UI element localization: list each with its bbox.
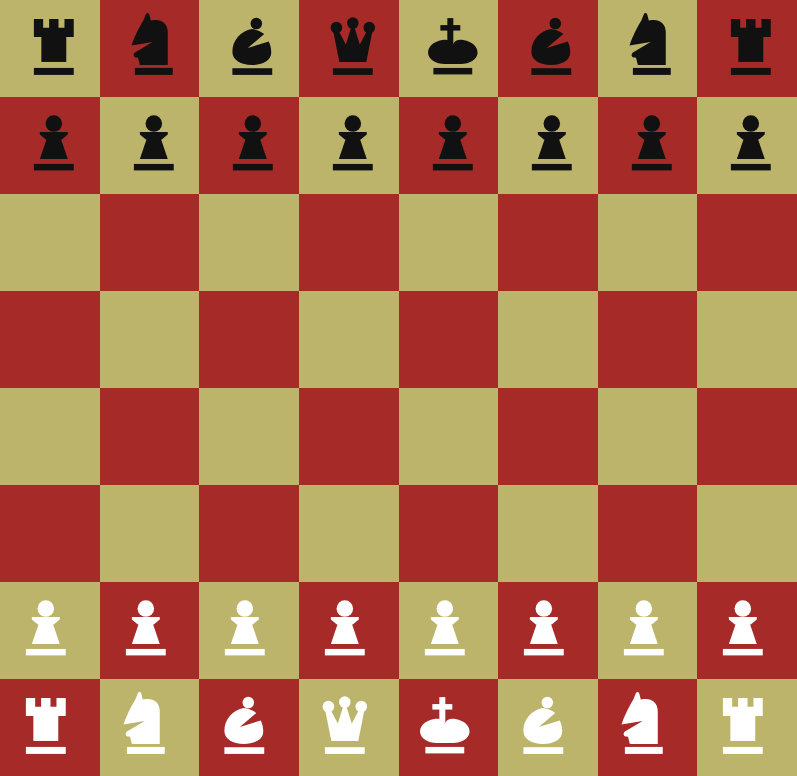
square-f2[interactable]	[498, 582, 598, 679]
white-bishop-icon[interactable]	[494, 679, 594, 776]
square-a6[interactable]	[0, 194, 100, 291]
white-pawn-icon[interactable]	[195, 582, 295, 679]
square-c8[interactable]	[199, 0, 299, 97]
square-d7[interactable]	[299, 97, 399, 194]
square-a4[interactable]	[0, 388, 100, 485]
square-b8[interactable]	[100, 0, 200, 97]
square-b1[interactable]	[100, 679, 200, 776]
square-g4[interactable]	[598, 388, 698, 485]
square-g3[interactable]	[598, 485, 698, 582]
white-pawn-icon[interactable]	[0, 582, 96, 679]
black-pawn-icon[interactable]	[403, 97, 503, 194]
square-d6[interactable]	[299, 194, 399, 291]
square-e2[interactable]	[399, 582, 499, 679]
square-d2[interactable]	[299, 582, 399, 679]
black-bishop-icon[interactable]	[502, 0, 602, 97]
white-pawn-icon[interactable]	[295, 582, 395, 679]
square-f8[interactable]	[498, 0, 598, 97]
black-queen-icon[interactable]	[303, 0, 403, 97]
square-h3[interactable]	[697, 485, 797, 582]
black-knight-icon[interactable]	[104, 0, 204, 97]
square-h2[interactable]	[697, 582, 797, 679]
square-c5[interactable]	[199, 291, 299, 388]
square-d4[interactable]	[299, 388, 399, 485]
square-c1[interactable]	[199, 679, 299, 776]
square-e1[interactable]	[399, 679, 499, 776]
black-rook-icon[interactable]	[701, 0, 797, 97]
square-a5[interactable]	[0, 291, 100, 388]
square-h1[interactable]	[697, 679, 797, 776]
white-knight-icon[interactable]	[594, 679, 694, 776]
square-f3[interactable]	[498, 485, 598, 582]
white-pawn-icon[interactable]	[395, 582, 495, 679]
square-h7[interactable]	[697, 97, 797, 194]
square-f4[interactable]	[498, 388, 598, 485]
square-c4[interactable]	[199, 388, 299, 485]
black-pawn-icon[interactable]	[602, 97, 702, 194]
square-b3[interactable]	[100, 485, 200, 582]
white-pawn-icon[interactable]	[594, 582, 694, 679]
square-b2[interactable]	[100, 582, 200, 679]
square-f5[interactable]	[498, 291, 598, 388]
square-e4[interactable]	[399, 388, 499, 485]
white-pawn-icon[interactable]	[693, 582, 793, 679]
square-a1[interactable]	[0, 679, 100, 776]
square-f1[interactable]	[498, 679, 598, 776]
black-pawn-icon[interactable]	[701, 97, 797, 194]
white-rook-icon[interactable]	[693, 679, 793, 776]
square-h8[interactable]	[697, 0, 797, 97]
black-pawn-icon[interactable]	[502, 97, 602, 194]
square-f7[interactable]	[498, 97, 598, 194]
white-king-icon[interactable]	[395, 679, 495, 776]
square-e3[interactable]	[399, 485, 499, 582]
square-b4[interactable]	[100, 388, 200, 485]
square-f6[interactable]	[498, 194, 598, 291]
square-b6[interactable]	[100, 194, 200, 291]
square-e7[interactable]	[399, 97, 499, 194]
white-bishop-icon[interactable]	[195, 679, 295, 776]
white-knight-icon[interactable]	[96, 679, 196, 776]
square-c2[interactable]	[199, 582, 299, 679]
square-g6[interactable]	[598, 194, 698, 291]
square-b7[interactable]	[100, 97, 200, 194]
white-pawn-icon[interactable]	[96, 582, 196, 679]
square-e6[interactable]	[399, 194, 499, 291]
square-c3[interactable]	[199, 485, 299, 582]
black-knight-icon[interactable]	[602, 0, 702, 97]
square-a3[interactable]	[0, 485, 100, 582]
black-pawn-icon[interactable]	[104, 97, 204, 194]
square-a2[interactable]	[0, 582, 100, 679]
square-h5[interactable]	[697, 291, 797, 388]
white-rook-icon[interactable]	[0, 679, 96, 776]
square-d3[interactable]	[299, 485, 399, 582]
black-pawn-icon[interactable]	[4, 97, 104, 194]
chess-board	[0, 0, 797, 776]
square-h6[interactable]	[697, 194, 797, 291]
black-rook-icon[interactable]	[4, 0, 104, 97]
square-d1[interactable]	[299, 679, 399, 776]
square-e5[interactable]	[399, 291, 499, 388]
square-g5[interactable]	[598, 291, 698, 388]
square-g1[interactable]	[598, 679, 698, 776]
square-a7[interactable]	[0, 97, 100, 194]
square-g2[interactable]	[598, 582, 698, 679]
black-bishop-icon[interactable]	[203, 0, 303, 97]
square-g8[interactable]	[598, 0, 698, 97]
square-a8[interactable]	[0, 0, 100, 97]
square-g7[interactable]	[598, 97, 698, 194]
square-b5[interactable]	[100, 291, 200, 388]
black-pawn-icon[interactable]	[303, 97, 403, 194]
black-king-icon[interactable]	[403, 0, 503, 97]
square-h4[interactable]	[697, 388, 797, 485]
square-c6[interactable]	[199, 194, 299, 291]
square-d5[interactable]	[299, 291, 399, 388]
white-pawn-icon[interactable]	[494, 582, 594, 679]
black-pawn-icon[interactable]	[203, 97, 303, 194]
square-e8[interactable]	[399, 0, 499, 97]
white-queen-icon[interactable]	[295, 679, 395, 776]
square-d8[interactable]	[299, 0, 399, 97]
square-c7[interactable]	[199, 97, 299, 194]
